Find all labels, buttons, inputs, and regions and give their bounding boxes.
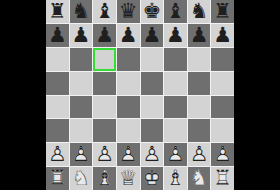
piece-white-pawn[interactable]: ♟♙ xyxy=(93,143,116,166)
square-b4[interactable] xyxy=(70,96,93,119)
square-b7[interactable]: ♟ xyxy=(70,24,93,47)
black-piece-glyph: ♟ xyxy=(117,24,140,47)
black-piece-glyph: ♟ xyxy=(141,24,164,47)
piece-white-rook[interactable]: ♜♖ xyxy=(46,167,69,190)
black-piece-glyph: ♚ xyxy=(141,0,164,23)
piece-white-queen[interactable]: ♛♕ xyxy=(117,167,140,190)
piece-white-bishop[interactable]: ♝♗ xyxy=(164,167,187,190)
square-f7[interactable]: ♟ xyxy=(164,24,187,47)
square-e6[interactable] xyxy=(141,48,164,71)
black-piece-glyph: ♟ xyxy=(93,24,116,47)
black-piece-glyph: ♟ xyxy=(188,24,211,47)
piece-white-pawn[interactable]: ♟♙ xyxy=(70,143,93,166)
black-piece-glyph: ♜ xyxy=(211,0,234,23)
square-b3[interactable] xyxy=(70,119,93,142)
square-f2[interactable]: ♟♙ xyxy=(164,143,187,166)
square-d7[interactable]: ♟ xyxy=(117,24,140,47)
white-piece-outline-glyph: ♙ xyxy=(164,143,187,166)
square-h5[interactable] xyxy=(211,72,234,95)
square-f8[interactable]: ♝ xyxy=(164,0,187,23)
square-c6[interactable] xyxy=(93,48,116,71)
white-piece-outline-glyph: ♙ xyxy=(70,143,93,166)
piece-white-bishop[interactable]: ♝♗ xyxy=(93,167,116,190)
piece-black-bishop[interactable]: ♝ xyxy=(93,0,116,23)
piece-black-pawn[interactable]: ♟ xyxy=(117,24,140,47)
square-e8[interactable]: ♚ xyxy=(141,0,164,23)
square-c5[interactable] xyxy=(93,72,116,95)
square-f1[interactable]: ♝♗ xyxy=(164,167,187,190)
black-piece-glyph: ♟ xyxy=(70,24,93,47)
square-g3[interactable] xyxy=(188,119,211,142)
black-piece-glyph: ♝ xyxy=(93,0,116,23)
square-h3[interactable] xyxy=(211,119,234,142)
square-c2[interactable]: ♟♙ xyxy=(93,143,116,166)
black-piece-glyph: ♜ xyxy=(46,0,69,23)
square-a1[interactable]: ♜♖ xyxy=(46,167,69,190)
piece-black-pawn[interactable]: ♟ xyxy=(188,24,211,47)
square-a8[interactable]: ♜ xyxy=(46,0,69,23)
app-background: ♜♞♝♛♚♝♞♜♟♟♟♟♟♟♟♟♟♙♟♙♟♙♟♙♟♙♟♙♟♙♟♙♜♖♞♘♝♗♛♕… xyxy=(0,0,280,190)
black-piece-glyph: ♝ xyxy=(164,0,187,23)
piece-black-knight[interactable]: ♞ xyxy=(188,0,211,23)
square-b1[interactable]: ♞♘ xyxy=(70,167,93,190)
black-piece-glyph: ♞ xyxy=(188,0,211,23)
square-h4[interactable] xyxy=(211,96,234,119)
piece-white-pawn[interactable]: ♟♙ xyxy=(164,143,187,166)
square-d4[interactable] xyxy=(117,96,140,119)
piece-white-king[interactable]: ♚♔ xyxy=(141,167,164,190)
black-piece-glyph: ♛ xyxy=(117,0,140,23)
piece-black-knight[interactable]: ♞ xyxy=(70,0,93,23)
piece-white-pawn[interactable]: ♟♙ xyxy=(211,143,234,166)
white-piece-outline-glyph: ♖ xyxy=(211,167,234,190)
white-piece-outline-glyph: ♙ xyxy=(211,143,234,166)
square-f3[interactable] xyxy=(164,119,187,142)
white-piece-outline-glyph: ♗ xyxy=(164,167,187,190)
piece-white-pawn[interactable]: ♟♙ xyxy=(188,143,211,166)
square-e1[interactable]: ♚♔ xyxy=(141,167,164,190)
square-d5[interactable] xyxy=(117,72,140,95)
square-g4[interactable] xyxy=(188,96,211,119)
square-e3[interactable] xyxy=(141,119,164,142)
white-piece-outline-glyph: ♙ xyxy=(93,143,116,166)
square-d1[interactable]: ♛♕ xyxy=(117,167,140,190)
piece-black-pawn[interactable]: ♟ xyxy=(93,24,116,47)
square-a6[interactable] xyxy=(46,48,69,71)
piece-black-pawn[interactable]: ♟ xyxy=(46,24,69,47)
white-piece-outline-glyph: ♗ xyxy=(93,167,116,190)
piece-black-queen[interactable]: ♛ xyxy=(117,0,140,23)
square-a3[interactable] xyxy=(46,119,69,142)
square-h7[interactable]: ♟ xyxy=(211,24,234,47)
piece-black-bishop[interactable]: ♝ xyxy=(164,0,187,23)
square-e4[interactable] xyxy=(141,96,164,119)
square-b5[interactable] xyxy=(70,72,93,95)
black-piece-glyph: ♟ xyxy=(211,24,234,47)
square-c8[interactable]: ♝ xyxy=(93,0,116,23)
piece-black-rook[interactable]: ♜ xyxy=(46,0,69,23)
square-d8[interactable]: ♛ xyxy=(117,0,140,23)
piece-white-rook[interactable]: ♜♖ xyxy=(211,167,234,190)
white-piece-outline-glyph: ♖ xyxy=(46,167,69,190)
square-b6[interactable] xyxy=(70,48,93,71)
square-d3[interactable] xyxy=(117,119,140,142)
piece-black-rook[interactable]: ♜ xyxy=(211,0,234,23)
square-h8[interactable]: ♜ xyxy=(211,0,234,23)
square-c7[interactable]: ♟ xyxy=(93,24,116,47)
square-g1[interactable]: ♞♘ xyxy=(188,167,211,190)
piece-black-pawn[interactable]: ♟ xyxy=(141,24,164,47)
square-h1[interactable]: ♜♖ xyxy=(211,167,234,190)
piece-white-knight[interactable]: ♞♘ xyxy=(188,167,211,190)
square-a4[interactable] xyxy=(46,96,69,119)
black-piece-glyph: ♟ xyxy=(164,24,187,47)
square-f4[interactable] xyxy=(164,96,187,119)
piece-black-pawn[interactable]: ♟ xyxy=(164,24,187,47)
square-d2[interactable]: ♟♙ xyxy=(117,143,140,166)
white-piece-outline-glyph: ♔ xyxy=(141,167,164,190)
white-piece-outline-glyph: ♕ xyxy=(117,167,140,190)
square-a7[interactable]: ♟ xyxy=(46,24,69,47)
white-piece-outline-glyph: ♘ xyxy=(188,167,211,190)
piece-black-pawn[interactable]: ♟ xyxy=(70,24,93,47)
square-e2[interactable]: ♟♙ xyxy=(141,143,164,166)
white-piece-outline-glyph: ♘ xyxy=(70,167,93,190)
square-g2[interactable]: ♟♙ xyxy=(188,143,211,166)
square-g6[interactable] xyxy=(188,48,211,71)
square-c3[interactable] xyxy=(93,119,116,142)
square-g8[interactable]: ♞ xyxy=(188,0,211,23)
black-piece-glyph: ♞ xyxy=(70,0,93,23)
white-piece-outline-glyph: ♙ xyxy=(117,143,140,166)
square-h2[interactable]: ♟♙ xyxy=(211,143,234,166)
piece-white-pawn[interactable]: ♟♙ xyxy=(141,143,164,166)
black-piece-glyph: ♟ xyxy=(46,24,69,47)
square-f6[interactable] xyxy=(164,48,187,71)
piece-white-pawn[interactable]: ♟♙ xyxy=(46,143,69,166)
square-a5[interactable] xyxy=(46,72,69,95)
square-f5[interactable] xyxy=(164,72,187,95)
piece-white-pawn[interactable]: ♟♙ xyxy=(117,143,140,166)
square-g7[interactable]: ♟ xyxy=(188,24,211,47)
piece-white-knight[interactable]: ♞♘ xyxy=(70,167,93,190)
square-d6[interactable] xyxy=(117,48,140,71)
square-e7[interactable]: ♟ xyxy=(141,24,164,47)
square-c4[interactable] xyxy=(93,96,116,119)
square-a2[interactable]: ♟♙ xyxy=(46,143,69,166)
square-g5[interactable] xyxy=(188,72,211,95)
square-e5[interactable] xyxy=(141,72,164,95)
square-b2[interactable]: ♟♙ xyxy=(70,143,93,166)
piece-black-pawn[interactable]: ♟ xyxy=(211,24,234,47)
white-piece-outline-glyph: ♙ xyxy=(188,143,211,166)
white-piece-outline-glyph: ♙ xyxy=(141,143,164,166)
chess-board: ♜♞♝♛♚♝♞♜♟♟♟♟♟♟♟♟♟♙♟♙♟♙♟♙♟♙♟♙♟♙♟♙♜♖♞♘♝♗♛♕… xyxy=(46,0,234,190)
square-b8[interactable]: ♞ xyxy=(70,0,93,23)
square-c1[interactable]: ♝♗ xyxy=(93,167,116,190)
white-piece-outline-glyph: ♙ xyxy=(46,143,69,166)
square-h6[interactable] xyxy=(211,48,234,71)
piece-black-king[interactable]: ♚ xyxy=(141,0,164,23)
